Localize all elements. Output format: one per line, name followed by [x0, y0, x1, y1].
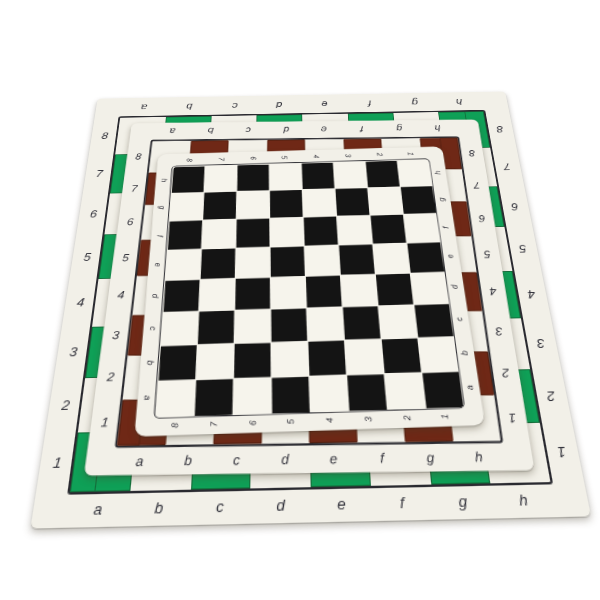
square-e5[interactable]: [270, 246, 304, 276]
square-d8[interactable]: [163, 279, 199, 311]
square-e4[interactable]: [304, 245, 339, 275]
coordinate-label: 3: [103, 315, 128, 356]
square-d1[interactable]: [410, 272, 448, 304]
coordinate-label: a: [114, 449, 165, 471]
file-labels-top: abcdefgh: [153, 122, 457, 139]
coordinate-label: e: [311, 491, 373, 518]
square-c7[interactable]: [197, 310, 233, 343]
square-d3[interactable]: [340, 274, 377, 306]
photo-tilt-wrapper: abcdefgh abcdefgh 87654321 87654321 abcd…: [0, 0, 600, 600]
square-f8[interactable]: [167, 220, 202, 249]
coordinate-label: 6: [501, 186, 529, 227]
coordinate-label: 5: [508, 227, 537, 271]
square-h4[interactable]: [301, 162, 334, 189]
coordinate-label: 2: [97, 356, 123, 400]
coordinate-label: d: [267, 123, 305, 137]
square-g5[interactable]: [269, 190, 302, 218]
square-b2[interactable]: [381, 338, 420, 373]
coordinate-label: 4: [109, 276, 133, 315]
square-e1[interactable]: [407, 242, 444, 272]
coordinate-label: 7: [465, 168, 488, 201]
square-f1[interactable]: [403, 213, 439, 242]
square-h8[interactable]: [171, 166, 204, 193]
square-h2[interactable]: [365, 160, 399, 186]
square-d7[interactable]: [199, 278, 234, 310]
coordinate-label: a: [120, 100, 167, 115]
square-f4[interactable]: [303, 216, 337, 245]
square-e6[interactable]: [235, 247, 269, 277]
square-d5[interactable]: [270, 276, 305, 308]
coordinate-label: b: [127, 494, 190, 521]
square-b6[interactable]: [234, 342, 271, 377]
square-f3[interactable]: [337, 215, 372, 244]
coordinate-label: 6: [119, 205, 142, 240]
coordinate-label: a: [66, 496, 130, 523]
chess-boards-photo: abcdefgh abcdefgh 87654321 87654321 abcd…: [0, 0, 600, 600]
square-g3[interactable]: [335, 188, 369, 216]
coordinate-label: g: [380, 122, 419, 136]
square-f7[interactable]: [201, 219, 235, 248]
square-f5[interactable]: [270, 217, 304, 246]
square-a4[interactable]: [309, 375, 348, 412]
coordinate-label: 2: [50, 378, 81, 434]
square-d2[interactable]: [375, 273, 412, 305]
coordinate-label: f: [371, 489, 434, 516]
coordinate-label: 5: [73, 235, 100, 280]
square-a3[interactable]: [347, 374, 387, 411]
coordinate-label: e: [309, 447, 358, 469]
coordinate-label: 6: [80, 193, 106, 235]
square-a7[interactable]: [194, 379, 232, 416]
coordinate-label: h: [436, 95, 483, 110]
coordinate-label: f: [357, 447, 407, 469]
coordinate-label: e: [305, 123, 343, 137]
square-h1[interactable]: [397, 160, 432, 186]
coordinate-label: 3: [525, 318, 557, 369]
coordinate-label: b: [191, 124, 230, 138]
coordinate-label: 3: [58, 327, 88, 379]
coordinate-label: c: [212, 448, 261, 470]
coordinate-label: 2: [534, 368, 567, 423]
coordinate-label: f: [347, 96, 393, 111]
coordinate-label: g: [391, 95, 438, 110]
coordinate-label: 6: [470, 201, 493, 236]
coordinate-label: d: [257, 98, 302, 113]
coordinate-label: h: [453, 445, 504, 467]
square-c1[interactable]: [414, 304, 453, 337]
square-c3[interactable]: [342, 306, 380, 339]
square-c4[interactable]: [307, 307, 344, 340]
file-labels-bottom: abcdefgh: [66, 487, 556, 523]
square-e2[interactable]: [373, 243, 410, 273]
coordinate-label: c: [189, 493, 251, 520]
coordinate-label: 1: [91, 399, 118, 446]
square-g7[interactable]: [203, 191, 236, 219]
coordinate-label: g: [405, 446, 455, 468]
coordinate-label: 4: [481, 272, 506, 311]
square-b8[interactable]: [158, 345, 196, 380]
coordinate-label: a: [153, 125, 192, 139]
coordinate-label: h: [491, 487, 556, 514]
coordinate-label: f: [342, 123, 381, 137]
coordinate-label: 3: [486, 310, 512, 351]
coordinate-label: b: [166, 99, 212, 114]
coordinate-label: 7: [123, 172, 145, 205]
square-d4[interactable]: [305, 275, 341, 307]
square-b3[interactable]: [344, 339, 383, 374]
square-h6[interactable]: [237, 164, 269, 191]
square-h3[interactable]: [333, 161, 366, 187]
chessboard-field: [155, 160, 463, 417]
square-g8[interactable]: [169, 192, 203, 220]
coordinate-label: b: [163, 449, 213, 471]
square-g1[interactable]: [400, 186, 435, 214]
coordinate-label: 8: [461, 138, 483, 169]
square-c8[interactable]: [160, 311, 197, 345]
square-a5[interactable]: [271, 376, 309, 413]
square-g4[interactable]: [302, 189, 335, 217]
coordinate-label: 5: [114, 240, 137, 277]
coordinate-label: 7: [494, 147, 521, 186]
square-a1[interactable]: [422, 371, 463, 408]
square-b5[interactable]: [271, 341, 308, 376]
square-g2[interactable]: [368, 187, 403, 215]
file-labels-bottom: abcdefgh: [114, 445, 504, 472]
coordinate-label: 8: [487, 111, 513, 147]
square-g6[interactable]: [236, 191, 269, 219]
coordinate-label: e: [302, 97, 348, 112]
perspective-plane: abcdefgh abcdefgh 87654321 87654321 abcd…: [30, 92, 591, 529]
coordinate-label: 8: [128, 141, 149, 172]
square-c2[interactable]: [378, 305, 416, 338]
square-b4[interactable]: [308, 340, 346, 375]
coordinate-label: d: [261, 448, 310, 470]
square-f2[interactable]: [370, 214, 406, 243]
coordinate-label: c: [211, 99, 257, 114]
coordinate-label: d: [250, 492, 311, 519]
coordinate-label: 1: [41, 433, 74, 493]
coordinate-label: 2: [492, 351, 519, 395]
square-h5[interactable]: [269, 163, 301, 190]
square-f6[interactable]: [236, 218, 269, 247]
square-e3[interactable]: [338, 244, 374, 274]
coordinate-label: 4: [516, 270, 546, 317]
coordinate-label: 5: [475, 235, 499, 272]
coordinate-label: 1: [544, 423, 579, 482]
square-a8[interactable]: [155, 380, 194, 417]
square-b7[interactable]: [196, 344, 233, 379]
square-a6[interactable]: [233, 377, 271, 414]
coordinate-label: 7: [87, 154, 112, 193]
square-d6[interactable]: [235, 277, 270, 309]
square-e8[interactable]: [165, 249, 200, 280]
square-e7[interactable]: [200, 248, 235, 278]
square-c5[interactable]: [271, 308, 307, 341]
coordinate-label: 4: [66, 279, 94, 327]
board-inner-black: 87654321 87654321 hgfedcba hgfedcba: [134, 146, 485, 436]
coordinate-label: h: [418, 122, 457, 136]
coordinate-label: c: [229, 124, 267, 138]
square-b1[interactable]: [418, 337, 458, 372]
coordinate-label: g: [431, 488, 495, 515]
coordinate-label: 1: [498, 394, 526, 440]
square-h7[interactable]: [204, 165, 236, 192]
coordinate-label: 8: [92, 118, 116, 155]
square-a2[interactable]: [384, 373, 425, 410]
square-c6[interactable]: [234, 309, 270, 342]
